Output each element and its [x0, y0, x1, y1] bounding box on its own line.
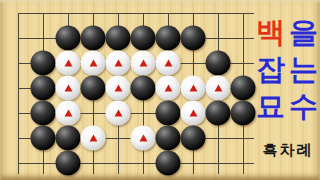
- white-stone-marked: [106, 51, 131, 76]
- triangle-marker-icon: [214, 84, 222, 91]
- white-stone-marked: [81, 51, 106, 76]
- triangle-marker-icon: [164, 84, 172, 91]
- white-stone-marked: [206, 76, 231, 101]
- triangle-marker-icon: [164, 59, 172, 66]
- white-stone-marked: [56, 101, 81, 126]
- black-stone: [231, 101, 256, 126]
- triangle-marker-icon: [114, 84, 122, 91]
- black-stone: [156, 151, 181, 176]
- white-stone-marked: [181, 76, 206, 101]
- triangle-marker-icon: [139, 134, 147, 141]
- black-stone: [31, 51, 56, 76]
- black-stone: [81, 76, 106, 101]
- white-stone-marked: [56, 76, 81, 101]
- black-stone: [31, 101, 56, 126]
- white-stone-marked: [106, 101, 131, 126]
- triangle-marker-icon: [189, 84, 197, 91]
- triangle-marker-icon: [89, 134, 97, 141]
- title-line: 묘수: [256, 88, 318, 125]
- black-stone: [156, 26, 181, 51]
- title-line: 백을: [256, 14, 318, 51]
- triangle-marker-icon: [89, 59, 97, 66]
- black-stone: [31, 126, 56, 151]
- white-stone-marked: [156, 76, 181, 101]
- black-stone: [131, 76, 156, 101]
- black-stone: [181, 26, 206, 51]
- black-stone: [231, 76, 256, 101]
- white-stone-marked: [81, 126, 106, 151]
- black-stone: [156, 126, 181, 151]
- triangle-marker-icon: [189, 109, 197, 116]
- triangle-marker-icon: [139, 59, 147, 66]
- title-char: 잡: [256, 51, 285, 88]
- white-stone-marked: [131, 51, 156, 76]
- black-stone: [206, 51, 231, 76]
- title-char: 을: [289, 14, 318, 51]
- white-stone-marked: [181, 101, 206, 126]
- black-stone: [181, 126, 206, 151]
- black-stone: [106, 26, 131, 51]
- title-char: 수: [289, 88, 318, 125]
- triangle-marker-icon: [114, 59, 122, 66]
- turn-caption: 흑차례: [258, 141, 318, 160]
- white-stone-marked: [131, 126, 156, 151]
- black-stone: [131, 26, 156, 51]
- triangle-marker-icon: [64, 109, 72, 116]
- black-stone: [206, 101, 231, 126]
- problem-title: 백을잡는묘수: [256, 14, 318, 125]
- go-problem-thumbnail: 백을잡는묘수 흑차례: [0, 0, 320, 180]
- white-stone-marked: [56, 51, 81, 76]
- title-char: 백: [256, 14, 285, 51]
- title-char: 는: [289, 51, 318, 88]
- black-stone: [81, 26, 106, 51]
- title-line: 잡는: [256, 51, 318, 88]
- black-stone: [31, 76, 56, 101]
- black-stone: [156, 101, 181, 126]
- white-stone-marked: [156, 51, 181, 76]
- triangle-marker-icon: [114, 109, 122, 116]
- white-stone-marked: [106, 76, 131, 101]
- triangle-marker-icon: [64, 84, 72, 91]
- black-stone: [56, 126, 81, 151]
- black-stone: [56, 26, 81, 51]
- triangle-marker-icon: [64, 59, 72, 66]
- black-stone: [56, 151, 81, 176]
- title-char: 묘: [256, 88, 285, 125]
